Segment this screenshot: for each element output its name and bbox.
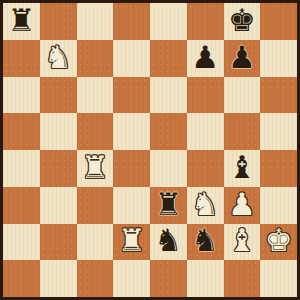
square-c8[interactable]	[77, 3, 114, 40]
square-d5[interactable]	[113, 113, 150, 150]
white-rook[interactable]: ♜	[81, 152, 109, 183]
square-c5[interactable]	[77, 113, 114, 150]
square-a2[interactable]	[3, 224, 40, 261]
square-b8[interactable]	[40, 3, 77, 40]
square-f3[interactable]: ♞	[187, 187, 224, 224]
white-pawn[interactable]: ♟	[228, 189, 256, 220]
square-a1[interactable]	[3, 260, 40, 297]
black-king[interactable]: ♚	[228, 5, 256, 36]
square-c7[interactable]	[77, 40, 114, 77]
square-d8[interactable]	[113, 3, 150, 40]
square-g2[interactable]: ♝	[224, 224, 261, 261]
square-f6[interactable]	[187, 77, 224, 114]
black-pawn[interactable]: ♟	[191, 42, 219, 73]
square-d2[interactable]: ♜	[113, 224, 150, 261]
square-f7[interactable]: ♟	[187, 40, 224, 77]
black-rook[interactable]: ♜	[7, 5, 35, 36]
square-b2[interactable]	[40, 224, 77, 261]
square-g5[interactable]	[224, 113, 261, 150]
square-b3[interactable]	[40, 187, 77, 224]
square-b6[interactable]	[40, 77, 77, 114]
square-h2[interactable]: ♚	[260, 224, 297, 261]
square-g1[interactable]	[224, 260, 261, 297]
square-c4[interactable]: ♜	[77, 150, 114, 187]
black-knight[interactable]: ♞	[154, 225, 182, 256]
square-f8[interactable]	[187, 3, 224, 40]
square-h7[interactable]	[260, 40, 297, 77]
white-knight[interactable]: ♞	[191, 189, 219, 220]
square-b1[interactable]	[40, 260, 77, 297]
square-c6[interactable]	[77, 77, 114, 114]
black-rook[interactable]: ♜	[154, 189, 182, 220]
square-d1[interactable]	[113, 260, 150, 297]
white-king[interactable]: ♚	[265, 225, 293, 256]
square-d6[interactable]	[113, 77, 150, 114]
square-h1[interactable]	[260, 260, 297, 297]
square-e5[interactable]	[150, 113, 187, 150]
black-knight[interactable]: ♞	[191, 225, 219, 256]
square-a6[interactable]	[3, 77, 40, 114]
chessboard-diagram: ♜♚♞♟♟♜♝♜♞♟♜♞♞♝♚	[0, 0, 300, 300]
square-c3[interactable]	[77, 187, 114, 224]
square-h5[interactable]	[260, 113, 297, 150]
square-e1[interactable]	[150, 260, 187, 297]
black-bishop[interactable]: ♝	[228, 152, 256, 183]
square-h4[interactable]	[260, 150, 297, 187]
square-f2[interactable]: ♞	[187, 224, 224, 261]
chess-board: ♜♚♞♟♟♜♝♜♞♟♜♞♞♝♚	[0, 0, 300, 300]
square-g4[interactable]: ♝	[224, 150, 261, 187]
square-e4[interactable]	[150, 150, 187, 187]
square-e3[interactable]: ♜	[150, 187, 187, 224]
square-d3[interactable]	[113, 187, 150, 224]
square-a4[interactable]	[3, 150, 40, 187]
black-pawn[interactable]: ♟	[228, 42, 256, 73]
square-c2[interactable]	[77, 224, 114, 261]
square-h6[interactable]	[260, 77, 297, 114]
square-d7[interactable]	[113, 40, 150, 77]
white-knight[interactable]: ♞	[44, 42, 72, 73]
square-d4[interactable]	[113, 150, 150, 187]
square-g6[interactable]	[224, 77, 261, 114]
square-f4[interactable]	[187, 150, 224, 187]
square-e7[interactable]	[150, 40, 187, 77]
square-b5[interactable]	[40, 113, 77, 150]
square-e2[interactable]: ♞	[150, 224, 187, 261]
square-f1[interactable]	[187, 260, 224, 297]
square-b7[interactable]: ♞	[40, 40, 77, 77]
square-h3[interactable]	[260, 187, 297, 224]
white-rook[interactable]: ♜	[118, 225, 146, 256]
square-g7[interactable]: ♟	[224, 40, 261, 77]
white-bishop[interactable]: ♝	[228, 225, 256, 256]
square-e8[interactable]	[150, 3, 187, 40]
square-g8[interactable]: ♚	[224, 3, 261, 40]
square-a5[interactable]	[3, 113, 40, 150]
square-a7[interactable]	[3, 40, 40, 77]
square-g3[interactable]: ♟	[224, 187, 261, 224]
square-f5[interactable]	[187, 113, 224, 150]
square-a8[interactable]: ♜	[3, 3, 40, 40]
square-e6[interactable]	[150, 77, 187, 114]
square-c1[interactable]	[77, 260, 114, 297]
square-a3[interactable]	[3, 187, 40, 224]
square-h8[interactable]	[260, 3, 297, 40]
square-b4[interactable]	[40, 150, 77, 187]
